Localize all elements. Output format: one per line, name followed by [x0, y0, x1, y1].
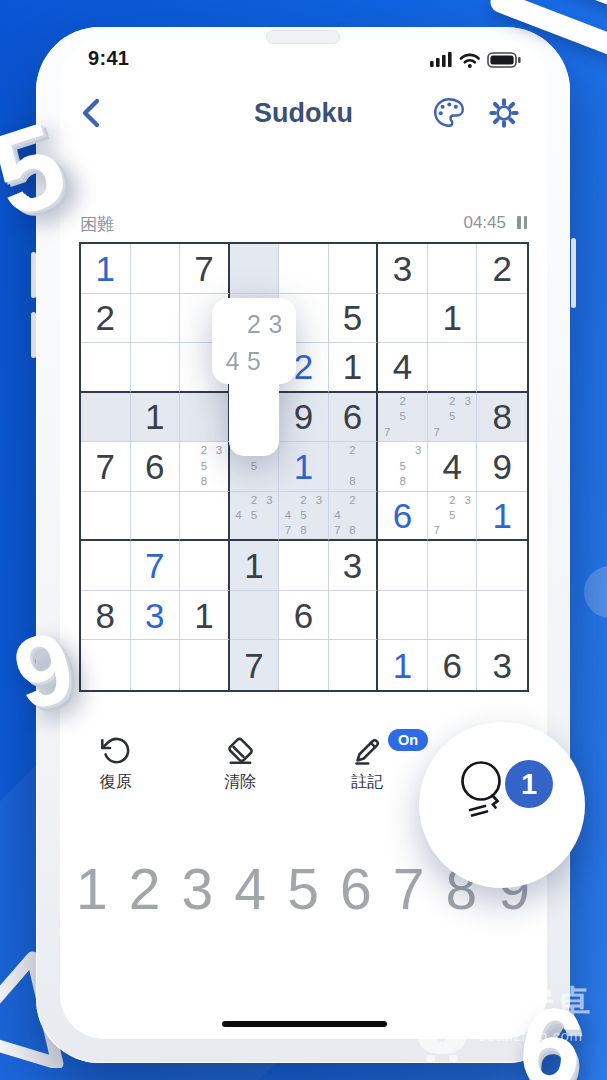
cell-r8c2[interactable]: 3: [131, 591, 181, 641]
user-digit: 1: [492, 498, 511, 533]
cell-r9c8[interactable]: 6: [428, 640, 478, 690]
watermark-title: 99安卓: [478, 984, 591, 1023]
numpad-2[interactable]: 2: [129, 858, 161, 921]
numpad-4[interactable]: 4: [234, 858, 266, 921]
pencil-notes: 28: [330, 443, 376, 490]
cell-r8c5[interactable]: 6: [279, 591, 329, 641]
power-button: [571, 238, 576, 308]
timer-value: 04:45: [463, 213, 506, 232]
popup-tail: [229, 374, 279, 456]
sudoku-grid: 1732251214123459625723578762358235128358…: [79, 242, 529, 692]
cell-r5c2[interactable]: 6: [131, 442, 181, 492]
pencil-notes: 2357: [429, 394, 476, 441]
user-digit: 6: [393, 498, 412, 533]
undo-label: 復原: [74, 772, 158, 793]
given-digit: 8: [96, 598, 115, 633]
eraser-icon: [225, 735, 256, 766]
cell-r7c9[interactable]: [477, 541, 527, 591]
cell-r4c2[interactable]: 1: [131, 393, 181, 443]
given-digit: 6: [343, 399, 362, 434]
given-digit: 1: [343, 349, 362, 384]
difficulty-label: 困難: [80, 213, 114, 236]
cell-r1c7[interactable]: 3: [378, 244, 428, 294]
theme-palette-button[interactable]: [431, 95, 467, 131]
cell-r3c2[interactable]: [131, 343, 181, 393]
cell-r2c2[interactable]: [131, 294, 181, 344]
pencil-notes: 2357: [429, 493, 476, 539]
cell-r6c2[interactable]: [131, 492, 181, 542]
cell-r9c9[interactable]: 3: [477, 640, 527, 690]
cell-r2c6[interactable]: 5: [329, 294, 379, 344]
numpad-7[interactable]: 7: [393, 858, 425, 921]
pencil-notes: 257: [379, 394, 426, 441]
undo-button[interactable]: 復原: [74, 735, 158, 793]
given-digit: 1: [244, 548, 263, 583]
cell-r2c8[interactable]: 1: [428, 294, 478, 344]
cell-r3c9[interactable]: [477, 343, 527, 393]
cell-r3c6[interactable]: 1: [329, 343, 379, 393]
given-digit: 7: [244, 648, 263, 683]
pause-icon[interactable]: [514, 213, 527, 233]
cell-r2c1[interactable]: 2: [81, 294, 131, 344]
pencil-icon: [352, 735, 383, 766]
cell-r6c7[interactable]: 6: [378, 492, 428, 542]
given-digit: 1: [442, 300, 461, 335]
cell-r6c5[interactable]: 234578: [279, 492, 329, 542]
given-digit: 1: [145, 399, 164, 434]
sudoku-app-screenshot: 9:41 Sudoku: [0, 0, 607, 1080]
cell-r9c6[interactable]: [329, 640, 379, 690]
hint-button[interactable]: 1: [419, 722, 585, 888]
undo-icon: [101, 735, 132, 766]
given-digit: 7: [96, 449, 115, 484]
home-indicator[interactable]: [222, 1021, 387, 1027]
user-digit: 7: [145, 548, 164, 583]
cell-r1c9[interactable]: 2: [477, 244, 527, 294]
given-digit: 7: [194, 251, 213, 286]
given-digit: 8: [492, 399, 511, 434]
cell-r6c1[interactable]: [81, 492, 131, 542]
watermark: 99安卓 99anzhuo.com: [412, 984, 591, 1064]
cell-r5c9[interactable]: 9: [477, 442, 527, 492]
cell-r7c5[interactable]: [279, 541, 329, 591]
numpad-5[interactable]: 5: [287, 858, 319, 921]
cell-r7c7[interactable]: [378, 541, 428, 591]
cell-r3c8[interactable]: [428, 343, 478, 393]
user-digit: 3: [145, 598, 164, 633]
cell-r3c7[interactable]: 4: [378, 343, 428, 393]
cell-r9c4[interactable]: 7: [230, 640, 280, 690]
cell-r8c8[interactable]: [428, 591, 478, 641]
status-icons: [430, 49, 526, 71]
numpad-1[interactable]: 1: [76, 858, 108, 921]
cell-r8c1[interactable]: 8: [81, 591, 131, 641]
given-digit: 1: [194, 598, 213, 633]
cell-r5c8[interactable]: 4: [428, 442, 478, 492]
cell-r1c1[interactable]: 1: [81, 244, 131, 294]
user-digit: 1: [96, 251, 115, 286]
pencil-notes: 2345: [231, 493, 278, 539]
watermark-domain: 99anzhuo.com: [478, 1027, 591, 1044]
pencil-notes: 358: [379, 443, 426, 490]
status-time: 9:41: [88, 47, 129, 70]
cell-r5c1[interactable]: 7: [81, 442, 131, 492]
notes-on-badge: On: [388, 729, 428, 751]
cell-r9c1[interactable]: [81, 640, 131, 690]
hint-count-badge: 1: [505, 760, 553, 808]
cell-r6c3[interactable]: [180, 492, 230, 542]
given-digit: 2: [492, 251, 511, 286]
given-digit: 9: [492, 449, 511, 484]
cell-r9c2[interactable]: [131, 640, 181, 690]
pencil-notes: 2478: [330, 493, 376, 539]
wifi-icon: [461, 55, 479, 62]
given-digit: 5: [343, 300, 362, 335]
cell-r1c5[interactable]: [279, 244, 329, 294]
popup-notes: 2345: [212, 298, 296, 384]
numpad-6[interactable]: 6: [340, 858, 372, 921]
given-digit: 3: [492, 648, 511, 683]
given-digit: 2: [96, 300, 115, 335]
cell-r1c3[interactable]: 7: [180, 244, 230, 294]
cell-r7c4[interactable]: 1: [230, 541, 280, 591]
speaker-grille: [266, 30, 340, 44]
cell-r6c9[interactable]: 1: [477, 492, 527, 542]
cell-r2c9[interactable]: [477, 294, 527, 344]
cell-r7c2[interactable]: 7: [131, 541, 181, 591]
given-digit: 4: [442, 449, 461, 484]
numpad-3[interactable]: 3: [182, 858, 214, 921]
cell-r6c8[interactable]: 2357: [428, 492, 478, 542]
cell-notes-popup: 2345: [212, 298, 296, 456]
cell-r8c4[interactable]: [230, 591, 280, 641]
cell-r4c1[interactable]: [81, 393, 131, 443]
cell-r2c7[interactable]: [378, 294, 428, 344]
cell-r1c2[interactable]: [131, 244, 181, 294]
cell-r8c6[interactable]: [329, 591, 379, 641]
page-title: Sudoku: [60, 98, 547, 129]
cell-r4c7[interactable]: 257: [378, 393, 428, 443]
erase-button[interactable]: 清除: [198, 735, 282, 793]
given-digit: 9: [294, 399, 313, 434]
given-digit: 6: [145, 449, 164, 484]
pencil-notes: 234578: [280, 493, 327, 539]
cell-r6c4[interactable]: 2345: [230, 492, 280, 542]
given-digit: 3: [393, 251, 412, 286]
cell-r9c3[interactable]: [180, 640, 230, 690]
user-digit: 1: [294, 449, 313, 484]
notes-label: 註記: [325, 772, 409, 793]
cell-r9c5[interactable]: [279, 640, 329, 690]
user-digit: 1: [393, 648, 412, 683]
cell-r1c8[interactable]: [428, 244, 478, 294]
cell-r8c9[interactable]: [477, 591, 527, 641]
given-digit: 3: [343, 548, 362, 583]
timer: 04:45: [380, 213, 527, 233]
user-digit: 2: [294, 349, 313, 384]
cell-r4c6[interactable]: 6: [329, 393, 379, 443]
cell-r7c6[interactable]: 3: [329, 541, 379, 591]
cell-r9c7[interactable]: 1: [378, 640, 428, 690]
given-digit: 4: [393, 349, 412, 384]
cell-r8c7[interactable]: [378, 591, 428, 641]
volume-up-button: [31, 252, 36, 298]
cell-r7c1[interactable]: [81, 541, 131, 591]
cell-r4c9[interactable]: 8: [477, 393, 527, 443]
cell-r5c6[interactable]: 28: [329, 442, 379, 492]
cell-r7c3[interactable]: [180, 541, 230, 591]
cell-r1c6[interactable]: [329, 244, 379, 294]
mascot-icon: [412, 984, 472, 1064]
battery-icon: [488, 53, 521, 67]
erase-label: 清除: [198, 772, 282, 793]
cell-r6c6[interactable]: 2478: [329, 492, 379, 542]
cell-r1c4[interactable]: [230, 244, 280, 294]
given-digit: 6: [442, 648, 461, 683]
cell-r7c8[interactable]: [428, 541, 478, 591]
cell-r4c8[interactable]: 2357: [428, 393, 478, 443]
cell-r3c1[interactable]: [81, 343, 131, 393]
given-digit: 6: [294, 598, 313, 633]
volume-down-button: [31, 312, 36, 358]
settings-gear-button[interactable]: [486, 95, 522, 131]
cell-r5c7[interactable]: 358: [378, 442, 428, 492]
cell-r8c3[interactable]: 1: [180, 591, 230, 641]
signal-icon: [430, 52, 452, 67]
